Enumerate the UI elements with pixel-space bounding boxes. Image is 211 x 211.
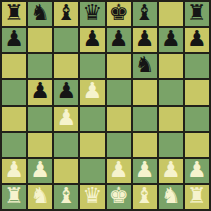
square-a2[interactable]: ♟ xyxy=(2,159,26,183)
square-b7[interactable] xyxy=(28,28,52,52)
square-f2[interactable]: ♟ xyxy=(133,159,157,183)
square-c3[interactable] xyxy=(54,133,78,157)
black-queen-d8[interactable]: ♛ xyxy=(83,2,103,24)
white-pawn-f2[interactable]: ♟ xyxy=(135,159,155,181)
square-h2[interactable]: ♟ xyxy=(185,159,209,183)
square-a3[interactable] xyxy=(2,133,26,157)
square-g3[interactable] xyxy=(159,133,183,157)
square-c7[interactable] xyxy=(54,28,78,52)
square-b2[interactable]: ♟ xyxy=(28,159,52,183)
white-knight-g1[interactable]: ♞ xyxy=(161,185,181,207)
square-f4[interactable] xyxy=(133,107,157,131)
square-f1[interactable]: ♝ xyxy=(133,185,157,209)
square-a1[interactable]: ♜ xyxy=(2,185,26,209)
white-pawn-c4[interactable]: ♟ xyxy=(56,107,76,129)
square-h1[interactable]: ♜ xyxy=(185,185,209,209)
chess-board: ♜♞♝♛♚♝♜♟♟♟♟♟♟♞♟♟♟♟♟♟♟♟♟♟♜♞♝♛♚♝♞♜ xyxy=(2,2,209,209)
black-king-e8[interactable]: ♚ xyxy=(109,2,129,24)
square-b5[interactable]: ♟ xyxy=(28,80,52,104)
square-g4[interactable] xyxy=(159,107,183,131)
square-d5[interactable]: ♟ xyxy=(80,80,104,104)
square-d2[interactable] xyxy=(80,159,104,183)
square-g7[interactable]: ♟ xyxy=(159,28,183,52)
white-pawn-a2[interactable]: ♟ xyxy=(4,159,24,181)
black-pawn-f7[interactable]: ♟ xyxy=(135,28,155,50)
black-pawn-b5[interactable]: ♟ xyxy=(30,80,50,102)
square-g1[interactable]: ♞ xyxy=(159,185,183,209)
black-bishop-c8[interactable]: ♝ xyxy=(56,2,76,24)
square-h8[interactable]: ♜ xyxy=(185,2,209,26)
square-a4[interactable] xyxy=(2,107,26,131)
square-h3[interactable] xyxy=(185,133,209,157)
square-f8[interactable]: ♝ xyxy=(133,2,157,26)
square-g6[interactable] xyxy=(159,54,183,78)
square-h7[interactable]: ♟ xyxy=(185,28,209,52)
square-e5[interactable] xyxy=(107,80,131,104)
square-h6[interactable] xyxy=(185,54,209,78)
white-rook-h1[interactable]: ♜ xyxy=(187,185,207,207)
square-d6[interactable] xyxy=(80,54,104,78)
square-h4[interactable] xyxy=(185,107,209,131)
square-e8[interactable]: ♚ xyxy=(107,2,131,26)
square-d7[interactable]: ♟ xyxy=(80,28,104,52)
square-e2[interactable]: ♟ xyxy=(107,159,131,183)
square-f3[interactable] xyxy=(133,133,157,157)
square-f5[interactable] xyxy=(133,80,157,104)
square-c8[interactable]: ♝ xyxy=(54,2,78,26)
white-pawn-h2[interactable]: ♟ xyxy=(187,159,207,181)
square-a8[interactable]: ♜ xyxy=(2,2,26,26)
chess-board-frame: ♜♞♝♛♚♝♜♟♟♟♟♟♟♞♟♟♟♟♟♟♟♟♟♟♜♞♝♛♚♝♞♜ xyxy=(0,0,211,211)
square-b4[interactable] xyxy=(28,107,52,131)
square-a6[interactable] xyxy=(2,54,26,78)
white-pawn-e2[interactable]: ♟ xyxy=(109,159,129,181)
black-knight-b8[interactable]: ♞ xyxy=(30,2,50,24)
white-knight-b1[interactable]: ♞ xyxy=(30,185,50,207)
black-rook-a8[interactable]: ♜ xyxy=(4,2,24,24)
square-b8[interactable]: ♞ xyxy=(28,2,52,26)
white-pawn-d5[interactable]: ♟ xyxy=(83,80,103,102)
square-e1[interactable]: ♚ xyxy=(107,185,131,209)
black-pawn-h7[interactable]: ♟ xyxy=(187,28,207,50)
square-d3[interactable] xyxy=(80,133,104,157)
square-d8[interactable]: ♛ xyxy=(80,2,104,26)
black-pawn-c5[interactable]: ♟ xyxy=(56,80,76,102)
square-c1[interactable]: ♝ xyxy=(54,185,78,209)
white-king-e1[interactable]: ♚ xyxy=(109,185,129,207)
white-bishop-f1[interactable]: ♝ xyxy=(135,185,155,207)
square-c2[interactable] xyxy=(54,159,78,183)
square-b1[interactable]: ♞ xyxy=(28,185,52,209)
white-rook-a1[interactable]: ♜ xyxy=(4,185,24,207)
black-pawn-d7[interactable]: ♟ xyxy=(83,28,103,50)
square-a7[interactable]: ♟ xyxy=(2,28,26,52)
square-c6[interactable] xyxy=(54,54,78,78)
square-d1[interactable]: ♛ xyxy=(80,185,104,209)
square-e4[interactable] xyxy=(107,107,131,131)
square-c4[interactable]: ♟ xyxy=(54,107,78,131)
square-b3[interactable] xyxy=(28,133,52,157)
black-pawn-a7[interactable]: ♟ xyxy=(4,28,24,50)
square-g8[interactable] xyxy=(159,2,183,26)
square-c5[interactable]: ♟ xyxy=(54,80,78,104)
white-bishop-c1[interactable]: ♝ xyxy=(56,185,76,207)
square-e7[interactable]: ♟ xyxy=(107,28,131,52)
square-f7[interactable]: ♟ xyxy=(133,28,157,52)
square-e6[interactable] xyxy=(107,54,131,78)
square-a5[interactable] xyxy=(2,80,26,104)
black-bishop-f8[interactable]: ♝ xyxy=(135,2,155,24)
square-f6[interactable]: ♞ xyxy=(133,54,157,78)
black-knight-f6[interactable]: ♞ xyxy=(135,54,155,76)
white-queen-d1[interactable]: ♛ xyxy=(83,185,103,207)
square-h5[interactable] xyxy=(185,80,209,104)
black-rook-h8[interactable]: ♜ xyxy=(187,2,207,24)
square-g5[interactable] xyxy=(159,80,183,104)
square-g2[interactable]: ♟ xyxy=(159,159,183,183)
white-pawn-g2[interactable]: ♟ xyxy=(161,159,181,181)
square-e3[interactable] xyxy=(107,133,131,157)
black-pawn-e7[interactable]: ♟ xyxy=(109,28,129,50)
black-pawn-g7[interactable]: ♟ xyxy=(161,28,181,50)
square-b6[interactable] xyxy=(28,54,52,78)
square-d4[interactable] xyxy=(80,107,104,131)
white-pawn-b2[interactable]: ♟ xyxy=(30,159,50,181)
